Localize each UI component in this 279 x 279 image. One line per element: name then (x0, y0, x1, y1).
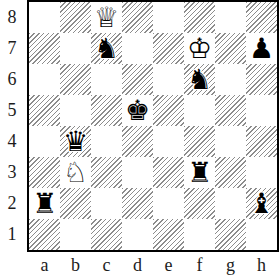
square-e2[interactable] (153, 188, 184, 219)
square-a8[interactable] (29, 2, 60, 33)
square-f4[interactable] (184, 126, 215, 157)
queen-icon: ♛ (60, 126, 91, 157)
square-d7[interactable] (122, 33, 153, 64)
square-h5[interactable] (246, 95, 277, 126)
piece-black-rook[interactable]: ♜ (184, 157, 215, 188)
square-e6[interactable] (153, 64, 184, 95)
queen-icon: ♕ (91, 2, 122, 33)
square-a4[interactable] (29, 126, 60, 157)
square-e8[interactable] (153, 2, 184, 33)
piece-white-queen[interactable]: ♛♕ (91, 2, 122, 33)
rank-label-1: 1 (0, 219, 24, 250)
square-b4[interactable]: ♛ (60, 126, 91, 157)
square-h8[interactable] (246, 2, 277, 33)
square-b2[interactable] (60, 188, 91, 219)
square-c1[interactable] (91, 219, 122, 250)
square-d8[interactable] (122, 2, 153, 33)
chess-diagram: 87654321 ♛♕♞♚♔♟♞♚♛♞♘♜♜♝ abcdefgh (0, 0, 279, 279)
file-label-d: d (122, 253, 153, 277)
square-d3[interactable] (122, 157, 153, 188)
square-g5[interactable] (215, 95, 246, 126)
square-d6[interactable] (122, 64, 153, 95)
knight-icon: ♞ (91, 33, 122, 64)
rook-icon: ♜ (29, 188, 60, 219)
file-label-c: c (91, 253, 122, 277)
piece-black-knight[interactable]: ♞ (184, 64, 215, 95)
rank-labels: 87654321 (0, 2, 24, 250)
square-a1[interactable] (29, 219, 60, 250)
piece-black-king[interactable]: ♚ (122, 95, 153, 126)
knight-icon: ♞ (184, 64, 215, 95)
file-label-e: e (153, 253, 184, 277)
square-f7[interactable]: ♚♔ (184, 33, 215, 64)
rank-label-4: 4 (0, 126, 24, 157)
piece-black-rook[interactable]: ♜ (29, 188, 60, 219)
square-a2[interactable]: ♜ (29, 188, 60, 219)
square-h7[interactable]: ♟ (246, 33, 277, 64)
king-icon: ♚ (122, 95, 153, 126)
square-g8[interactable] (215, 2, 246, 33)
file-label-h: h (246, 253, 277, 277)
square-f1[interactable] (184, 219, 215, 250)
rank-label-7: 7 (0, 33, 24, 64)
square-b8[interactable] (60, 2, 91, 33)
square-e5[interactable] (153, 95, 184, 126)
square-d4[interactable] (122, 126, 153, 157)
file-label-g: g (215, 253, 246, 277)
square-c6[interactable] (91, 64, 122, 95)
file-label-f: f (184, 253, 215, 277)
pawn-icon: ♟ (246, 33, 277, 64)
piece-white-knight[interactable]: ♞♘ (60, 157, 91, 188)
square-f2[interactable] (184, 188, 215, 219)
rank-label-6: 6 (0, 64, 24, 95)
square-c2[interactable] (91, 188, 122, 219)
square-c4[interactable] (91, 126, 122, 157)
square-b1[interactable] (60, 219, 91, 250)
square-f8[interactable] (184, 2, 215, 33)
piece-black-queen[interactable]: ♛ (60, 126, 91, 157)
rank-label-3: 3 (0, 157, 24, 188)
square-b6[interactable] (60, 64, 91, 95)
square-c3[interactable] (91, 157, 122, 188)
square-g7[interactable] (215, 33, 246, 64)
square-a5[interactable] (29, 95, 60, 126)
rank-label-5: 5 (0, 95, 24, 126)
square-g1[interactable] (215, 219, 246, 250)
square-d1[interactable] (122, 219, 153, 250)
file-label-b: b (60, 253, 91, 277)
square-d2[interactable] (122, 188, 153, 219)
piece-white-king[interactable]: ♚♔ (184, 33, 215, 64)
square-h6[interactable] (246, 64, 277, 95)
square-e7[interactable] (153, 33, 184, 64)
piece-black-knight[interactable]: ♞ (91, 33, 122, 64)
piece-black-pawn[interactable]: ♟ (246, 33, 277, 64)
square-g4[interactable] (215, 126, 246, 157)
king-icon: ♔ (184, 33, 215, 64)
square-d5[interactable]: ♚ (122, 95, 153, 126)
square-a7[interactable] (29, 33, 60, 64)
chess-board: ♛♕♞♚♔♟♞♚♛♞♘♜♜♝ (27, 0, 279, 252)
file-label-a: a (29, 253, 60, 277)
square-b3[interactable]: ♞♘ (60, 157, 91, 188)
square-c8[interactable]: ♛♕ (91, 2, 122, 33)
file-labels: abcdefgh (29, 253, 277, 277)
square-f3[interactable]: ♜ (184, 157, 215, 188)
square-f6[interactable]: ♞ (184, 64, 215, 95)
knight-icon: ♘ (60, 157, 91, 188)
rank-label-8: 8 (0, 2, 24, 33)
square-c5[interactable] (91, 95, 122, 126)
square-c7[interactable]: ♞ (91, 33, 122, 64)
square-f5[interactable] (184, 95, 215, 126)
square-g2[interactable] (215, 188, 246, 219)
rank-label-2: 2 (0, 188, 24, 219)
bishop-icon: ♝ (246, 188, 277, 219)
square-a6[interactable] (29, 64, 60, 95)
square-b5[interactable] (60, 95, 91, 126)
rook-icon: ♜ (184, 157, 215, 188)
piece-black-bishop[interactable]: ♝ (246, 188, 277, 219)
square-e4[interactable] (153, 126, 184, 157)
square-h4[interactable] (246, 126, 277, 157)
square-h2[interactable]: ♝ (246, 188, 277, 219)
square-g6[interactable] (215, 64, 246, 95)
square-h1[interactable] (246, 219, 277, 250)
square-g3[interactable] (215, 157, 246, 188)
square-a3[interactable] (29, 157, 60, 188)
square-e3[interactable] (153, 157, 184, 188)
square-b7[interactable] (60, 33, 91, 64)
square-h3[interactable] (246, 157, 277, 188)
square-e1[interactable] (153, 219, 184, 250)
